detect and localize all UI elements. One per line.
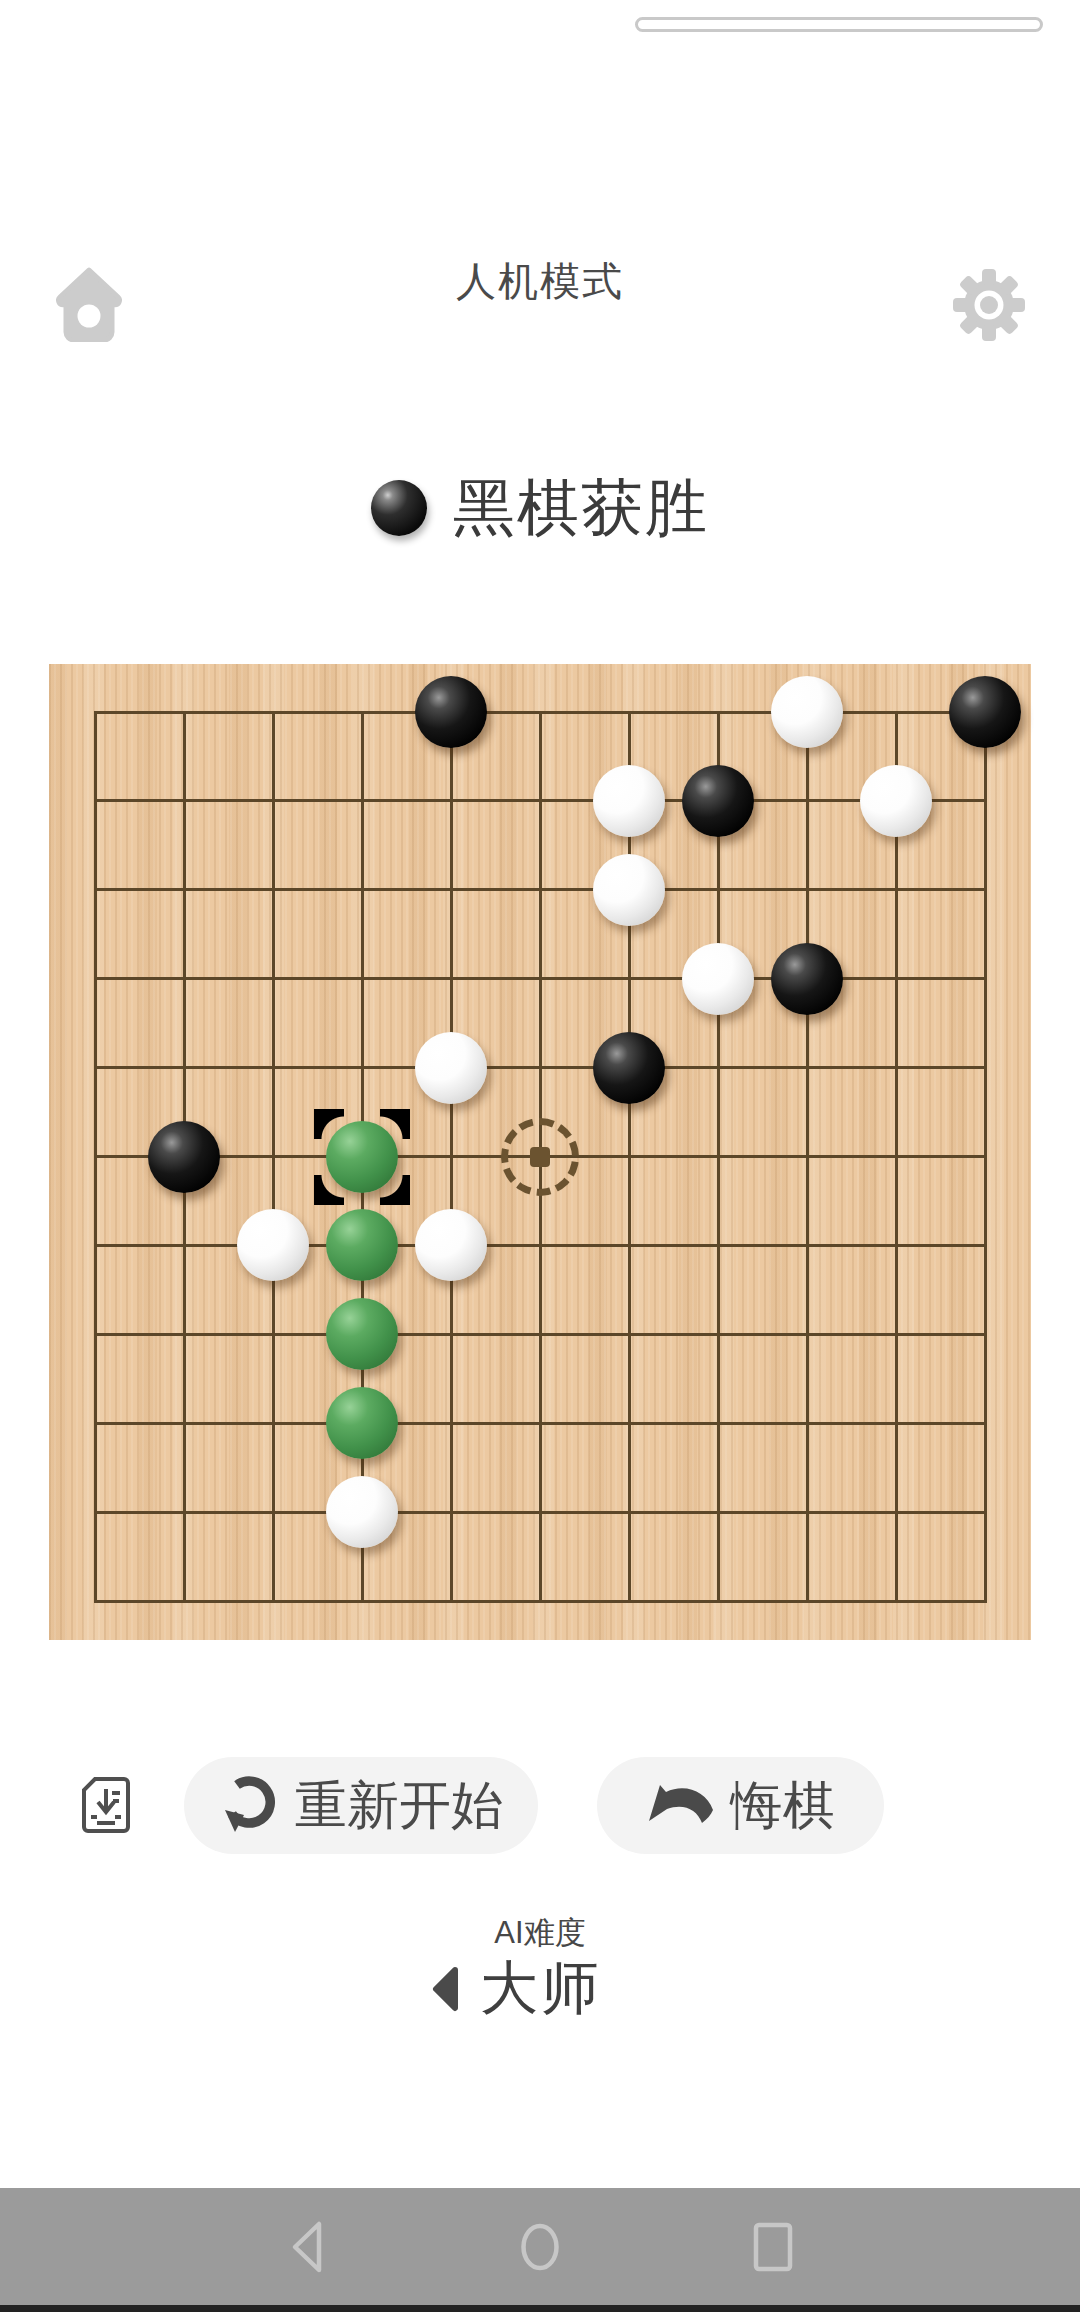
last-move-marker	[314, 1109, 410, 1205]
white-stone	[415, 1032, 487, 1104]
placement-cursor-dot	[530, 1147, 550, 1167]
grid-line-vertical	[717, 711, 720, 1603]
black-stone	[593, 1032, 665, 1104]
undo-arrow-icon	[647, 1783, 715, 1829]
gomoku-board[interactable]	[49, 664, 1031, 1640]
result-message: 黑棋获胜	[453, 466, 709, 550]
undo-label: 悔棋	[731, 1771, 835, 1841]
nav-back-button[interactable]	[288, 2218, 332, 2276]
placement-cursor[interactable]	[501, 1118, 579, 1196]
restart-circular-arrow-icon	[219, 1774, 279, 1838]
restart-button[interactable]: 重新开始	[184, 1757, 538, 1854]
grid-line-horizontal	[94, 1422, 987, 1425]
ai-level-value: 大师	[480, 1950, 602, 2028]
last-move-corner-bl	[314, 1175, 344, 1205]
black-stone	[148, 1121, 220, 1193]
grid-line-vertical	[806, 711, 809, 1603]
last-move-corner-tl	[314, 1109, 344, 1139]
white-stone	[237, 1209, 309, 1281]
white-stone	[593, 765, 665, 837]
black-stone	[415, 676, 487, 748]
android-nav-bar	[0, 2188, 1080, 2305]
gear-icon	[953, 269, 1025, 341]
ai-difficulty-label: AI难度	[0, 1912, 1080, 1954]
white-stone	[415, 1209, 487, 1281]
green-stone	[326, 1387, 398, 1459]
recents-square-icon	[756, 2225, 790, 2269]
ai-level-prev-button[interactable]	[430, 1965, 460, 2013]
winner-black-stone-icon	[371, 480, 427, 536]
grid-line-horizontal	[94, 1244, 987, 1247]
white-stone	[860, 765, 932, 837]
green-stone	[326, 1209, 398, 1281]
last-move-corner-tr	[380, 1109, 410, 1139]
settings-button[interactable]	[952, 268, 1026, 342]
home-circle-icon	[524, 2226, 557, 2268]
white-stone	[593, 854, 665, 926]
left-triangle-icon	[436, 1970, 455, 2008]
app-screen: 人机模式 黑棋获胜	[0, 0, 1080, 2312]
grid-line-vertical	[628, 711, 631, 1603]
back-triangle-icon	[295, 2224, 319, 2270]
grid-line-horizontal	[94, 1511, 987, 1514]
black-stone	[771, 943, 843, 1015]
black-stone	[682, 765, 754, 837]
screen-bottom-edge	[0, 2305, 1080, 2312]
save-document-icon	[84, 1779, 128, 1831]
last-move-corner-br	[380, 1175, 410, 1205]
status-pill	[635, 17, 1043, 32]
grid-line-vertical	[984, 711, 987, 1603]
white-stone	[771, 676, 843, 748]
nav-home-button[interactable]	[518, 2221, 562, 2273]
grid-line-horizontal	[94, 1600, 987, 1603]
save-game-button[interactable]	[78, 1776, 134, 1834]
green-stone	[326, 1298, 398, 1370]
restart-label: 重新开始	[295, 1771, 503, 1841]
game-result-banner: 黑棋获胜	[0, 466, 1080, 550]
white-stone	[682, 943, 754, 1015]
ai-level-selector: 大师	[0, 1950, 1056, 2028]
black-stone	[949, 676, 1021, 748]
white-stone	[326, 1476, 398, 1548]
undo-button[interactable]: 悔棋	[597, 1757, 884, 1854]
page-title: 人机模式	[0, 254, 1080, 309]
grid-line-vertical	[895, 711, 898, 1603]
nav-recents-button[interactable]	[751, 2221, 795, 2273]
grid-line-horizontal	[94, 1333, 987, 1336]
